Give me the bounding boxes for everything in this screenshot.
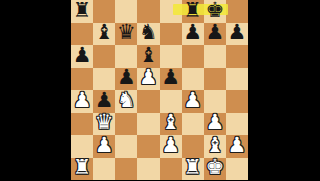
square-a1[interactable]: ♜ xyxy=(71,158,93,181)
square-h2[interactable]: ♟ xyxy=(226,135,248,158)
piece-white-bishop: ♝ xyxy=(161,112,180,133)
square-c5[interactable]: ♟ xyxy=(115,68,137,91)
piece-black-bishop: ♝ xyxy=(139,45,158,66)
square-a7[interactable] xyxy=(71,23,93,46)
square-d7[interactable]: ♞ xyxy=(137,23,159,46)
piece-white-rook: ♜ xyxy=(183,157,202,178)
square-a3[interactable] xyxy=(71,113,93,136)
piece-black-rook: ♜ xyxy=(73,0,92,21)
square-c4[interactable]: ♞ xyxy=(115,90,137,113)
piece-white-bishop: ♝ xyxy=(205,135,224,156)
square-g7[interactable]: ♟ xyxy=(204,23,226,46)
square-g6[interactable] xyxy=(204,45,226,68)
square-a6[interactable]: ♟ xyxy=(71,45,93,68)
square-a5[interactable] xyxy=(71,68,93,91)
piece-white-knight: ♞ xyxy=(117,90,136,111)
square-f3[interactable] xyxy=(182,113,204,136)
square-c7[interactable]: ♛ xyxy=(115,23,137,46)
piece-white-pawn: ♟ xyxy=(139,67,158,88)
square-e5[interactable]: ♟ xyxy=(160,68,182,91)
piece-white-king: ♚ xyxy=(205,157,224,178)
square-b3[interactable]: ♛ xyxy=(93,113,115,136)
square-f4[interactable]: ♟ xyxy=(182,90,204,113)
piece-white-pawn: ♟ xyxy=(228,135,247,156)
piece-black-knight: ♞ xyxy=(139,22,158,43)
piece-black-king: ♚ xyxy=(205,0,224,21)
square-b2[interactable]: ♟ xyxy=(93,135,115,158)
piece-black-pawn: ♟ xyxy=(228,22,247,43)
square-g1[interactable]: ♚ xyxy=(204,158,226,181)
square-c6[interactable] xyxy=(115,45,137,68)
square-h4[interactable] xyxy=(226,90,248,113)
square-f1[interactable]: ♜ xyxy=(182,158,204,181)
square-f5[interactable] xyxy=(182,68,204,91)
square-c8[interactable] xyxy=(115,0,137,23)
piece-black-pawn: ♟ xyxy=(117,67,136,88)
chess-board: ♜♜♚♝♛♞♟♟♟♟♝♟♟♟♟♟♞♟♛♝♟♟♟♝♟♜♜♚ xyxy=(71,0,248,180)
square-h5[interactable] xyxy=(226,68,248,91)
square-d2[interactable] xyxy=(137,135,159,158)
piece-black-pawn: ♟ xyxy=(161,67,180,88)
square-f2[interactable] xyxy=(182,135,204,158)
piece-black-pawn: ♟ xyxy=(73,45,92,66)
piece-white-pawn: ♟ xyxy=(95,135,114,156)
square-e3[interactable]: ♝ xyxy=(160,113,182,136)
square-d3[interactable] xyxy=(137,113,159,136)
square-b1[interactable] xyxy=(93,158,115,181)
square-b7[interactable]: ♝ xyxy=(93,23,115,46)
square-d8[interactable] xyxy=(137,0,159,23)
piece-black-pawn: ♟ xyxy=(95,90,114,111)
piece-white-rook: ♜ xyxy=(73,157,92,178)
square-d6[interactable]: ♝ xyxy=(137,45,159,68)
square-g8[interactable]: ♚ xyxy=(204,0,226,23)
square-f8[interactable]: ♜ xyxy=(182,0,204,23)
piece-black-rook: ♜ xyxy=(183,0,202,21)
left-black-bar xyxy=(0,0,71,180)
square-g3[interactable]: ♟ xyxy=(204,113,226,136)
square-b5[interactable] xyxy=(93,68,115,91)
square-h3[interactable] xyxy=(226,113,248,136)
piece-black-pawn: ♟ xyxy=(205,22,224,43)
square-g4[interactable] xyxy=(204,90,226,113)
square-b8[interactable] xyxy=(93,0,115,23)
square-e1[interactable] xyxy=(160,158,182,181)
square-a2[interactable] xyxy=(71,135,93,158)
square-h7[interactable]: ♟ xyxy=(226,23,248,46)
piece-white-pawn: ♟ xyxy=(73,90,92,111)
square-g5[interactable] xyxy=(204,68,226,91)
piece-white-queen: ♛ xyxy=(95,112,114,133)
piece-black-queen: ♛ xyxy=(117,22,136,43)
square-d1[interactable] xyxy=(137,158,159,181)
square-c2[interactable] xyxy=(115,135,137,158)
square-c3[interactable] xyxy=(115,113,137,136)
square-b6[interactable] xyxy=(93,45,115,68)
square-c1[interactable] xyxy=(115,158,137,181)
square-d4[interactable] xyxy=(137,90,159,113)
square-e6[interactable] xyxy=(160,45,182,68)
square-a4[interactable]: ♟ xyxy=(71,90,93,113)
square-h8[interactable] xyxy=(226,0,248,23)
square-e7[interactable] xyxy=(160,23,182,46)
square-e4[interactable] xyxy=(160,90,182,113)
piece-white-pawn: ♟ xyxy=(161,135,180,156)
piece-white-pawn: ♟ xyxy=(183,90,202,111)
square-f7[interactable]: ♟ xyxy=(182,23,204,46)
square-h1[interactable] xyxy=(226,158,248,181)
square-a8[interactable]: ♜ xyxy=(71,0,93,23)
square-d5[interactable]: ♟ xyxy=(137,68,159,91)
piece-black-pawn: ♟ xyxy=(183,22,202,43)
piece-black-bishop: ♝ xyxy=(95,22,114,43)
square-e2[interactable]: ♟ xyxy=(160,135,182,158)
square-b4[interactable]: ♟ xyxy=(93,90,115,113)
piece-white-pawn: ♟ xyxy=(205,112,224,133)
square-h6[interactable] xyxy=(226,45,248,68)
right-black-bar xyxy=(248,0,320,180)
video-frame: ♜♜♚♝♛♞♟♟♟♟♝♟♟♟♟♟♞♟♛♝♟♟♟♝♟♜♜♚ xyxy=(0,0,320,180)
square-f6[interactable] xyxy=(182,45,204,68)
square-g2[interactable]: ♝ xyxy=(204,135,226,158)
